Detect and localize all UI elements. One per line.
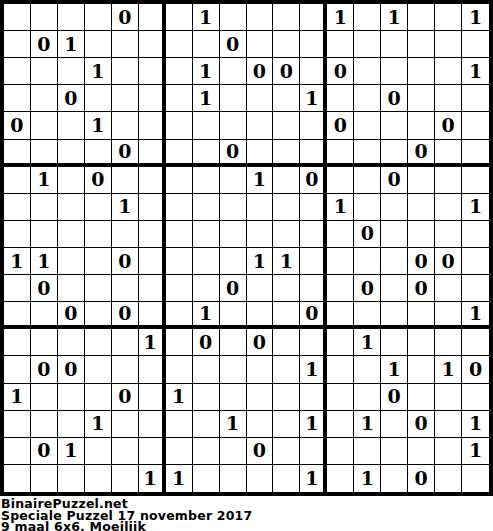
clue-cell-r11c2: 0: [31, 275, 58, 302]
empty-cell-r14c10[interactable]: [247, 356, 274, 383]
empty-cell-r12c17[interactable]: [435, 302, 462, 329]
empty-cell-r17c7[interactable]: [166, 438, 193, 465]
empty-cell-r5c12[interactable]: [300, 112, 327, 139]
empty-cell-r18c5[interactable]: [112, 465, 139, 492]
clue-cell-r17c3: 1: [58, 438, 85, 465]
empty-cell-r7c1[interactable]: [4, 167, 31, 194]
empty-cell-r9c5[interactable]: [112, 221, 139, 248]
empty-cell-r12c11[interactable]: [273, 302, 300, 329]
clue-cell-r18c12: 1: [300, 465, 327, 492]
empty-cell-r7c7[interactable]: [166, 167, 193, 194]
empty-cell-r2c11[interactable]: [273, 31, 300, 58]
empty-cell-r18c3[interactable]: [58, 465, 85, 492]
empty-cell-r15c12[interactable]: [300, 384, 327, 411]
empty-cell-r17c9[interactable]: [220, 438, 247, 465]
empty-cell-r9c10[interactable]: [247, 221, 274, 248]
empty-cell-r13c4[interactable]: [85, 329, 112, 356]
empty-cell-r16c17[interactable]: [435, 411, 462, 438]
empty-cell-r17c12[interactable]: [300, 438, 327, 465]
clue-cell-r13c10: 0: [247, 329, 274, 356]
empty-cell-r17c14[interactable]: [354, 438, 381, 465]
empty-cell-r15c13[interactable]: [327, 384, 354, 411]
empty-cell-r12c9[interactable]: [220, 302, 247, 329]
empty-cell-r3c2[interactable]: [31, 58, 58, 85]
clue-cell-r14c17: 1: [435, 356, 462, 383]
empty-cell-r11c5[interactable]: [112, 275, 139, 302]
clue-cell-r2c3: 1: [58, 31, 85, 58]
empty-cell-r12c10[interactable]: [247, 302, 274, 329]
empty-cell-r12c13[interactable]: [327, 302, 354, 329]
empty-cell-r6c7[interactable]: [166, 140, 193, 167]
empty-cell-r18c2[interactable]: [31, 465, 58, 492]
empty-cell-r2c15[interactable]: [381, 31, 408, 58]
empty-cell-r14c4[interactable]: [85, 356, 112, 383]
empty-cell-r8c6[interactable]: [139, 194, 166, 221]
empty-cell-r4c14[interactable]: [354, 85, 381, 112]
empty-cell-r1c12[interactable]: [300, 4, 327, 31]
empty-cell-r15c8[interactable]: [193, 384, 220, 411]
empty-cell-r6c3[interactable]: [58, 140, 85, 167]
empty-cell-r1c4[interactable]: [85, 4, 112, 31]
empty-cell-r14c11[interactable]: [273, 356, 300, 383]
empty-cell-r1c10[interactable]: [247, 4, 274, 31]
empty-cell-r9c6[interactable]: [139, 221, 166, 248]
empty-cell-r13c5[interactable]: [112, 329, 139, 356]
empty-cell-r9c13[interactable]: [327, 221, 354, 248]
empty-cell-r5c2[interactable]: [31, 112, 58, 139]
clue-cell-r3c8: 1: [193, 58, 220, 85]
clue-cell-r13c8: 0: [193, 329, 220, 356]
empty-cell-r10c18[interactable]: [462, 248, 489, 275]
empty-cell-r18c18[interactable]: [462, 465, 489, 492]
empty-cell-r3c5[interactable]: [112, 58, 139, 85]
empty-cell-r15c3[interactable]: [58, 384, 85, 411]
empty-cell-r8c10[interactable]: [247, 194, 274, 221]
empty-cell-r2c16[interactable]: [408, 31, 435, 58]
clue-cell-r2c2: 0: [31, 31, 58, 58]
empty-cell-r13c12[interactable]: [300, 329, 327, 356]
clue-cell-r16c9: 1: [220, 411, 247, 438]
empty-cell-r2c1[interactable]: [4, 31, 31, 58]
empty-cell-r8c16[interactable]: [408, 194, 435, 221]
empty-cell-r16c3[interactable]: [58, 411, 85, 438]
empty-cell-r14c5[interactable]: [112, 356, 139, 383]
binary-puzzle-board: 0111101011000101100100000101001110110110…: [0, 0, 493, 496]
empty-cell-r15c4[interactable]: [85, 384, 112, 411]
empty-cell-r6c4[interactable]: [85, 140, 112, 167]
empty-cell-r3c7[interactable]: [166, 58, 193, 85]
empty-cell-r18c1[interactable]: [4, 465, 31, 492]
empty-cell-r16c5[interactable]: [112, 411, 139, 438]
clue-cell-r3c11: 0: [273, 58, 300, 85]
empty-cell-r1c14[interactable]: [354, 4, 381, 31]
empty-cell-r8c3[interactable]: [58, 194, 85, 221]
empty-cell-r1c1[interactable]: [4, 4, 31, 31]
empty-cell-r4c11[interactable]: [273, 85, 300, 112]
empty-cell-r4c18[interactable]: [462, 85, 489, 112]
empty-cell-r9c7[interactable]: [166, 221, 193, 248]
empty-cell-r4c13[interactable]: [327, 85, 354, 112]
empty-cell-r11c10[interactable]: [247, 275, 274, 302]
empty-cell-r5c8[interactable]: [193, 112, 220, 139]
empty-cell-r13c11[interactable]: [273, 329, 300, 356]
clue-cell-r1c15: 1: [381, 4, 408, 31]
empty-cell-r7c14[interactable]: [354, 167, 381, 194]
empty-cell-r9c17[interactable]: [435, 221, 462, 248]
empty-cell-r7c13[interactable]: [327, 167, 354, 194]
empty-cell-r7c5[interactable]: [112, 167, 139, 194]
clue-cell-r7c2: 1: [31, 167, 58, 194]
empty-cell-r11c11[interactable]: [273, 275, 300, 302]
empty-cell-r12c15[interactable]: [381, 302, 408, 329]
empty-cell-r13c18[interactable]: [462, 329, 489, 356]
clue-cell-r10c17: 0: [435, 248, 462, 275]
empty-cell-r5c10[interactable]: [247, 112, 274, 139]
empty-cell-r14c6[interactable]: [139, 356, 166, 383]
empty-cell-r3c17[interactable]: [435, 58, 462, 85]
empty-cell-r16c8[interactable]: [193, 411, 220, 438]
empty-cell-r9c2[interactable]: [31, 221, 58, 248]
empty-cell-r15c10[interactable]: [247, 384, 274, 411]
empty-cell-r17c8[interactable]: [193, 438, 220, 465]
empty-cell-r5c11[interactable]: [273, 112, 300, 139]
clue-cell-r6c9: 0: [220, 140, 247, 167]
empty-cell-r8c17[interactable]: [435, 194, 462, 221]
empty-cell-r7c6[interactable]: [139, 167, 166, 194]
empty-cell-r15c2[interactable]: [31, 384, 58, 411]
empty-cell-r6c17[interactable]: [435, 140, 462, 167]
empty-cell-r16c15[interactable]: [381, 411, 408, 438]
empty-cell-r12c4[interactable]: [85, 302, 112, 329]
empty-cell-r1c16[interactable]: [408, 4, 435, 31]
empty-cell-r2c7[interactable]: [166, 31, 193, 58]
empty-cell-r13c3[interactable]: [58, 329, 85, 356]
empty-cell-r8c1[interactable]: [4, 194, 31, 221]
clue-cell-r18c16: 0: [408, 465, 435, 492]
empty-cell-r17c13[interactable]: [327, 438, 354, 465]
empty-cell-r6c11[interactable]: [273, 140, 300, 167]
empty-cell-r2c6[interactable]: [139, 31, 166, 58]
clue-cell-r18c14: 1: [354, 465, 381, 492]
empty-cell-r2c18[interactable]: [462, 31, 489, 58]
clue-cell-r3c13: 0: [327, 58, 354, 85]
empty-cell-r13c15[interactable]: [381, 329, 408, 356]
empty-cell-r11c7[interactable]: [166, 275, 193, 302]
empty-cell-r13c7[interactable]: [166, 329, 193, 356]
empty-cell-r8c12[interactable]: [300, 194, 327, 221]
clue-cell-r13c6: 1: [139, 329, 166, 356]
footer: BinairePuzzel.net Speciale Puzzel 17 nov…: [0, 496, 493, 531]
empty-cell-r2c10[interactable]: [247, 31, 274, 58]
empty-cell-r14c7[interactable]: [166, 356, 193, 383]
empty-cell-r13c2[interactable]: [31, 329, 58, 356]
empty-cell-r13c13[interactable]: [327, 329, 354, 356]
empty-cell-r14c9[interactable]: [220, 356, 247, 383]
empty-cell-r6c1[interactable]: [4, 140, 31, 167]
empty-cell-r12c1[interactable]: [4, 302, 31, 329]
clue-cell-r5c17: 0: [435, 112, 462, 139]
empty-cell-r13c9[interactable]: [220, 329, 247, 356]
empty-cell-r16c2[interactable]: [31, 411, 58, 438]
clue-cell-r10c11: 1: [273, 248, 300, 275]
empty-cell-r17c17[interactable]: [435, 438, 462, 465]
clue-cell-r14c2: 0: [31, 356, 58, 383]
empty-cell-r18c8[interactable]: [193, 465, 220, 492]
empty-cell-r4c7[interactable]: [166, 85, 193, 112]
empty-cell-r16c11[interactable]: [273, 411, 300, 438]
empty-cell-r18c13[interactable]: [327, 465, 354, 492]
empty-cell-r10c4[interactable]: [85, 248, 112, 275]
empty-cell-r16c7[interactable]: [166, 411, 193, 438]
empty-cell-r3c6[interactable]: [139, 58, 166, 85]
clue-cell-r15c5: 0: [112, 384, 139, 411]
empty-cell-r17c6[interactable]: [139, 438, 166, 465]
empty-cell-r1c3[interactable]: [58, 4, 85, 31]
empty-cell-r15c17[interactable]: [435, 384, 462, 411]
empty-cell-r8c7[interactable]: [166, 194, 193, 221]
clue-cell-r18c7: 1: [166, 465, 193, 492]
empty-cell-r11c6[interactable]: [139, 275, 166, 302]
empty-cell-r3c9[interactable]: [220, 58, 247, 85]
empty-cell-r5c6[interactable]: [139, 112, 166, 139]
clue-cell-r5c13: 0: [327, 112, 354, 139]
empty-cell-r8c15[interactable]: [381, 194, 408, 221]
empty-cell-r16c6[interactable]: [139, 411, 166, 438]
clue-cell-r16c16: 0: [408, 411, 435, 438]
empty-cell-r10c13[interactable]: [327, 248, 354, 275]
empty-cell-r7c18[interactable]: [462, 167, 489, 194]
clue-cell-r10c16: 0: [408, 248, 435, 275]
clue-cell-r2c9: 0: [220, 31, 247, 58]
empty-cell-r18c11[interactable]: [273, 465, 300, 492]
empty-cell-r9c1[interactable]: [4, 221, 31, 248]
empty-cell-r11c12[interactable]: [300, 275, 327, 302]
empty-cell-r4c1[interactable]: [4, 85, 31, 112]
clue-cell-r14c18: 0: [462, 356, 489, 383]
empty-cell-r9c8[interactable]: [193, 221, 220, 248]
empty-cell-r11c13[interactable]: [327, 275, 354, 302]
clue-cell-r3c10: 0: [247, 58, 274, 85]
empty-cell-r11c15[interactable]: [381, 275, 408, 302]
empty-cell-r12c7[interactable]: [166, 302, 193, 329]
empty-cell-r8c11[interactable]: [273, 194, 300, 221]
empty-cell-r9c4[interactable]: [85, 221, 112, 248]
empty-cell-r10c8[interactable]: [193, 248, 220, 275]
empty-cell-r3c12[interactable]: [300, 58, 327, 85]
empty-cell-r15c16[interactable]: [408, 384, 435, 411]
empty-cell-r1c7[interactable]: [166, 4, 193, 31]
empty-cell-r9c9[interactable]: [220, 221, 247, 248]
empty-cell-r10c12[interactable]: [300, 248, 327, 275]
empty-cell-r5c3[interactable]: [58, 112, 85, 139]
empty-cell-r7c16[interactable]: [408, 167, 435, 194]
empty-cell-r6c12[interactable]: [300, 140, 327, 167]
empty-cell-r14c13[interactable]: [327, 356, 354, 383]
empty-cell-r6c15[interactable]: [381, 140, 408, 167]
empty-cell-r13c1[interactable]: [4, 329, 31, 356]
empty-cell-r17c16[interactable]: [408, 438, 435, 465]
empty-cell-r4c16[interactable]: [408, 85, 435, 112]
empty-cell-r3c16[interactable]: [408, 58, 435, 85]
empty-cell-r3c1[interactable]: [4, 58, 31, 85]
empty-cell-r1c6[interactable]: [139, 4, 166, 31]
empty-cell-r17c1[interactable]: [4, 438, 31, 465]
empty-cell-r2c4[interactable]: [85, 31, 112, 58]
empty-cell-r11c17[interactable]: [435, 275, 462, 302]
empty-cell-r17c5[interactable]: [112, 438, 139, 465]
empty-cell-r1c17[interactable]: [435, 4, 462, 31]
empty-cell-r10c7[interactable]: [166, 248, 193, 275]
empty-cell-r6c8[interactable]: [193, 140, 220, 167]
empty-cell-r1c2[interactable]: [31, 4, 58, 31]
empty-cell-r9c15[interactable]: [381, 221, 408, 248]
clue-cell-r3c18: 1: [462, 58, 489, 85]
empty-cell-r6c6[interactable]: [139, 140, 166, 167]
empty-cell-r18c4[interactable]: [85, 465, 112, 492]
empty-cell-r6c10[interactable]: [247, 140, 274, 167]
empty-cell-r5c18[interactable]: [462, 112, 489, 139]
empty-cell-r1c9[interactable]: [220, 4, 247, 31]
empty-cell-r16c1[interactable]: [4, 411, 31, 438]
clue-cell-r10c10: 1: [247, 248, 274, 275]
empty-cell-r10c6[interactable]: [139, 248, 166, 275]
empty-cell-r4c5[interactable]: [112, 85, 139, 112]
empty-cell-r7c8[interactable]: [193, 167, 220, 194]
empty-cell-r11c8[interactable]: [193, 275, 220, 302]
clue-cell-r17c2: 0: [31, 438, 58, 465]
empty-cell-r10c14[interactable]: [354, 248, 381, 275]
empty-cell-r12c2[interactable]: [31, 302, 58, 329]
empty-cell-r7c9[interactable]: [220, 167, 247, 194]
empty-cell-r15c14[interactable]: [354, 384, 381, 411]
empty-cell-r4c4[interactable]: [85, 85, 112, 112]
empty-cell-r15c6[interactable]: [139, 384, 166, 411]
empty-cell-r2c8[interactable]: [193, 31, 220, 58]
empty-cell-r13c17[interactable]: [435, 329, 462, 356]
clue-cell-r5c4: 1: [85, 112, 112, 139]
clue-cell-r4c15: 0: [381, 85, 408, 112]
clue-cell-r13c14: 1: [354, 329, 381, 356]
empty-cell-r15c18[interactable]: [462, 384, 489, 411]
empty-cell-r8c14[interactable]: [354, 194, 381, 221]
empty-cell-r9c16[interactable]: [408, 221, 435, 248]
clue-cell-r11c9: 0: [220, 275, 247, 302]
empty-cell-r8c8[interactable]: [193, 194, 220, 221]
empty-cell-r5c7[interactable]: [166, 112, 193, 139]
empty-cell-r11c18[interactable]: [462, 275, 489, 302]
empty-cell-r14c14[interactable]: [354, 356, 381, 383]
empty-cell-r9c12[interactable]: [300, 221, 327, 248]
empty-cell-r10c3[interactable]: [58, 248, 85, 275]
empty-cell-r8c4[interactable]: [85, 194, 112, 221]
empty-cell-r9c3[interactable]: [58, 221, 85, 248]
empty-cell-r4c9[interactable]: [220, 85, 247, 112]
empty-cell-r6c14[interactable]: [354, 140, 381, 167]
empty-cell-r6c13[interactable]: [327, 140, 354, 167]
empty-cell-r6c18[interactable]: [462, 140, 489, 167]
empty-cell-r11c3[interactable]: [58, 275, 85, 302]
empty-cell-r14c8[interactable]: [193, 356, 220, 383]
clue-cell-r12c3: 0: [58, 302, 85, 329]
empty-cell-r2c12[interactable]: [300, 31, 327, 58]
empty-cell-r15c9[interactable]: [220, 384, 247, 411]
empty-cell-r2c5[interactable]: [112, 31, 139, 58]
puzzle-subtitle: 9 maal 6x6, Moeilijk: [1, 521, 492, 531]
empty-cell-r3c14[interactable]: [354, 58, 381, 85]
clue-cell-r1c13: 1: [327, 4, 354, 31]
clue-cell-r11c16: 0: [408, 275, 435, 302]
empty-cell-r18c15[interactable]: [381, 465, 408, 492]
empty-cell-r16c10[interactable]: [247, 411, 274, 438]
empty-cell-r8c2[interactable]: [31, 194, 58, 221]
empty-cell-r12c16[interactable]: [408, 302, 435, 329]
empty-cell-r5c16[interactable]: [408, 112, 435, 139]
clue-cell-r6c5: 0: [112, 140, 139, 167]
empty-cell-r13c16[interactable]: [408, 329, 435, 356]
empty-cell-r2c13[interactable]: [327, 31, 354, 58]
empty-cell-r5c15[interactable]: [381, 112, 408, 139]
empty-cell-r2c17[interactable]: [435, 31, 462, 58]
empty-cell-r11c4[interactable]: [85, 275, 112, 302]
clue-cell-r8c5: 1: [112, 194, 139, 221]
empty-cell-r14c1[interactable]: [4, 356, 31, 383]
empty-cell-r17c11[interactable]: [273, 438, 300, 465]
empty-cell-r15c11[interactable]: [273, 384, 300, 411]
empty-cell-r7c3[interactable]: [58, 167, 85, 194]
clue-cell-r14c15: 1: [381, 356, 408, 383]
empty-cell-r7c11[interactable]: [273, 167, 300, 194]
empty-cell-r3c15[interactable]: [381, 58, 408, 85]
clue-cell-r7c15: 0: [381, 167, 408, 194]
empty-cell-r7c17[interactable]: [435, 167, 462, 194]
empty-cell-r1c11[interactable]: [273, 4, 300, 31]
empty-cell-r5c5[interactable]: [112, 112, 139, 139]
empty-cell-r2c14[interactable]: [354, 31, 381, 58]
empty-cell-r6c2[interactable]: [31, 140, 58, 167]
empty-cell-r5c14[interactable]: [354, 112, 381, 139]
empty-cell-r12c14[interactable]: [354, 302, 381, 329]
empty-cell-r5c9[interactable]: [220, 112, 247, 139]
clue-cell-r14c12: 1: [300, 356, 327, 383]
empty-cell-r17c15[interactable]: [381, 438, 408, 465]
clue-cell-r16c4: 1: [85, 411, 112, 438]
empty-cell-r3c3[interactable]: [58, 58, 85, 85]
empty-cell-r4c10[interactable]: [247, 85, 274, 112]
empty-cell-r14c16[interactable]: [408, 356, 435, 383]
clue-cell-r15c15: 0: [381, 384, 408, 411]
empty-cell-r11c1[interactable]: [4, 275, 31, 302]
empty-cell-r4c6[interactable]: [139, 85, 166, 112]
empty-cell-r4c2[interactable]: [31, 85, 58, 112]
empty-cell-r8c9[interactable]: [220, 194, 247, 221]
empty-cell-r18c17[interactable]: [435, 465, 462, 492]
clue-cell-r15c1: 1: [4, 384, 31, 411]
empty-cell-r12c6[interactable]: [139, 302, 166, 329]
empty-cell-r18c10[interactable]: [247, 465, 274, 492]
empty-cell-r4c17[interactable]: [435, 85, 462, 112]
empty-cell-r10c15[interactable]: [381, 248, 408, 275]
empty-cell-r16c13[interactable]: [327, 411, 354, 438]
empty-cell-r17c4[interactable]: [85, 438, 112, 465]
empty-cell-r18c9[interactable]: [220, 465, 247, 492]
clue-cell-r18c6: 1: [139, 465, 166, 492]
empty-cell-r9c11[interactable]: [273, 221, 300, 248]
empty-cell-r9c18[interactable]: [462, 221, 489, 248]
empty-cell-r10c9[interactable]: [220, 248, 247, 275]
clue-cell-r4c3: 0: [58, 85, 85, 112]
clue-cell-r8c18: 1: [462, 194, 489, 221]
clue-cell-r6c16: 0: [408, 140, 435, 167]
